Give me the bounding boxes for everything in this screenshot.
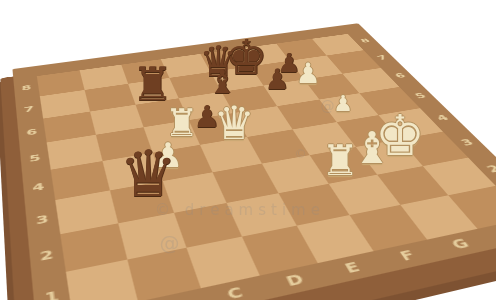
chess-illustration: ABCDEFGH 12345678 12345678 ♜♛♚♝♟♟♟♛♟♜♛♟♟…: [0, 0, 496, 300]
piece-black-bishop-d6[interactable]: ♝: [208, 66, 237, 98]
rank-label-left-7: 7: [19, 97, 40, 122]
rank-label-left-4: 4: [26, 170, 51, 204]
rank-label-left-8: 8: [17, 77, 37, 100]
piece-white-queen-d3[interactable]: ♛: [213, 100, 254, 146]
rank-label-left-5: 5: [23, 143, 46, 174]
piece-white-rook-e1[interactable]: ♜: [321, 140, 359, 182]
rank-label-left-2: 2: [33, 235, 62, 278]
rank-label-left-3: 3: [29, 201, 56, 239]
piece-white-pawn-g3[interactable]: ♟: [333, 93, 353, 115]
piece-white-pawn-g5[interactable]: ♟: [295, 60, 320, 88]
piece-black-queen-a2[interactable]: ♛: [119, 142, 176, 206]
piece-black-pawn-e5[interactable]: ♟: [264, 66, 289, 94]
rank-label-left-6: 6: [21, 119, 43, 147]
rank-label-left-1: 1: [37, 273, 68, 300]
